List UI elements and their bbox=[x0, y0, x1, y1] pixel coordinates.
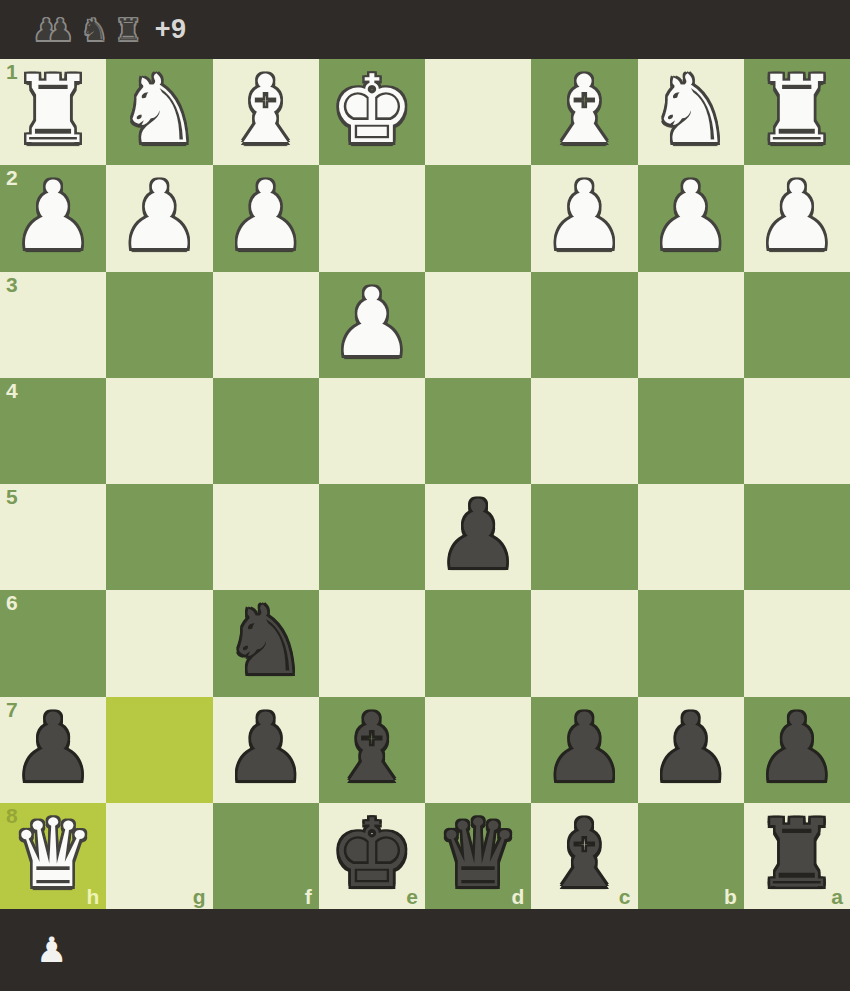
piece-white-pawn[interactable]: ♟ bbox=[11, 169, 95, 263]
square-c6[interactable] bbox=[531, 590, 637, 696]
square-f4[interactable] bbox=[213, 378, 319, 484]
square-h3[interactable]: 3 bbox=[0, 272, 106, 378]
piece-white-pawn[interactable]: ♟ bbox=[117, 169, 201, 263]
square-g7[interactable] bbox=[106, 697, 212, 803]
bottom-player-bar: ♟ bbox=[0, 909, 850, 991]
piece-white-pawn[interactable]: ♟ bbox=[542, 169, 626, 263]
piece-white-pawn[interactable]: ♟ bbox=[755, 169, 839, 263]
square-a8[interactable]: ♜a bbox=[744, 803, 850, 909]
piece-white-bishop[interactable]: ♝ bbox=[542, 63, 626, 157]
square-d8[interactable]: ♛d bbox=[425, 803, 531, 909]
captured-pawn-pair-icon: ♟♟ bbox=[33, 15, 74, 45]
piece-black-bishop[interactable]: ♝ bbox=[330, 701, 414, 795]
rank-label-5: 5 bbox=[6, 486, 18, 507]
piece-black-king[interactable]: ♚ bbox=[330, 807, 414, 901]
piece-black-queen[interactable]: ♛ bbox=[436, 807, 520, 901]
square-g1[interactable]: ♞ bbox=[106, 59, 212, 165]
square-a6[interactable] bbox=[744, 590, 850, 696]
square-g4[interactable] bbox=[106, 378, 212, 484]
file-label-e: e bbox=[406, 886, 418, 907]
piece-black-pawn[interactable]: ♟ bbox=[648, 701, 732, 795]
square-h2[interactable]: ♟2 bbox=[0, 165, 106, 271]
rank-label-3: 3 bbox=[6, 274, 18, 295]
square-c3[interactable] bbox=[531, 272, 637, 378]
square-f6[interactable]: ♞ bbox=[213, 590, 319, 696]
square-h7[interactable]: ♟7 bbox=[0, 697, 106, 803]
square-b8[interactable]: b bbox=[638, 803, 744, 909]
piece-black-pawn[interactable]: ♟ bbox=[11, 701, 95, 795]
piece-white-knight[interactable]: ♞ bbox=[648, 63, 732, 157]
piece-black-pawn[interactable]: ♟ bbox=[755, 701, 839, 795]
square-g8[interactable]: g bbox=[106, 803, 212, 909]
piece-black-pawn[interactable]: ♟ bbox=[542, 701, 626, 795]
square-d1[interactable] bbox=[425, 59, 531, 165]
square-f5[interactable] bbox=[213, 484, 319, 590]
square-f8[interactable]: f bbox=[213, 803, 319, 909]
square-h6[interactable]: 6 bbox=[0, 590, 106, 696]
square-d3[interactable] bbox=[425, 272, 531, 378]
file-label-g: g bbox=[193, 886, 206, 907]
square-f3[interactable] bbox=[213, 272, 319, 378]
square-c5[interactable] bbox=[531, 484, 637, 590]
captured-knight-icon: ♞ bbox=[81, 15, 108, 45]
square-h4[interactable]: 4 bbox=[0, 378, 106, 484]
piece-white-king[interactable]: ♚ bbox=[330, 63, 414, 157]
piece-white-pawn[interactable]: ♟ bbox=[330, 276, 414, 370]
square-c4[interactable] bbox=[531, 378, 637, 484]
piece-black-pawn[interactable]: ♟ bbox=[436, 488, 520, 582]
square-e6[interactable] bbox=[319, 590, 425, 696]
square-d7[interactable] bbox=[425, 697, 531, 803]
square-e7[interactable]: ♝ bbox=[319, 697, 425, 803]
piece-white-pawn[interactable]: ♟ bbox=[648, 169, 732, 263]
piece-white-queen[interactable]: ♛ bbox=[11, 807, 95, 901]
file-label-f: f bbox=[305, 886, 312, 907]
rank-label-6: 6 bbox=[6, 592, 18, 613]
piece-black-bishop[interactable]: ♝ bbox=[542, 807, 626, 901]
square-e4[interactable] bbox=[319, 378, 425, 484]
square-h5[interactable]: 5 bbox=[0, 484, 106, 590]
square-b6[interactable] bbox=[638, 590, 744, 696]
piece-white-knight[interactable]: ♞ bbox=[117, 63, 201, 157]
rank-label-1: 1 bbox=[6, 61, 18, 82]
piece-white-bishop[interactable]: ♝ bbox=[223, 63, 307, 157]
captured-white-pawn-icon: ♟ bbox=[36, 933, 67, 968]
square-e5[interactable] bbox=[319, 484, 425, 590]
piece-white-pawn[interactable]: ♟ bbox=[223, 169, 307, 263]
captured-rook-icon: ♜ bbox=[115, 15, 142, 45]
square-c2[interactable]: ♟ bbox=[531, 165, 637, 271]
piece-white-rook[interactable]: ♜ bbox=[11, 63, 95, 157]
rank-label-7: 7 bbox=[6, 699, 18, 720]
top-player-bar: ♟♟ ♞ ♜ +9 bbox=[0, 0, 850, 59]
square-a7[interactable]: ♟ bbox=[744, 697, 850, 803]
file-label-c: c bbox=[619, 886, 631, 907]
file-label-d: d bbox=[511, 886, 524, 907]
rank-label-4: 4 bbox=[6, 380, 18, 401]
square-e1[interactable]: ♚ bbox=[319, 59, 425, 165]
piece-black-rook[interactable]: ♜ bbox=[755, 807, 839, 901]
square-g3[interactable] bbox=[106, 272, 212, 378]
file-label-b: b bbox=[724, 886, 737, 907]
square-e8[interactable]: ♚e bbox=[319, 803, 425, 909]
square-b1[interactable]: ♞ bbox=[638, 59, 744, 165]
chess-board: ♜1♞♝♚♝♞♜♟2♟♟♟♟♟3♟45♟6♞♟7♟♝♟♟♟♛8hgf♚e♛d♝c… bbox=[0, 59, 850, 909]
piece-black-pawn[interactable]: ♟ bbox=[223, 701, 307, 795]
piece-white-rook[interactable]: ♜ bbox=[755, 63, 839, 157]
square-b5[interactable] bbox=[638, 484, 744, 590]
rank-label-8: 8 bbox=[6, 805, 18, 826]
file-label-a: a bbox=[831, 886, 843, 907]
captured-pawn-icon: ♟ bbox=[47, 15, 74, 45]
file-label-h: h bbox=[86, 886, 99, 907]
square-b3[interactable] bbox=[638, 272, 744, 378]
square-b4[interactable] bbox=[638, 378, 744, 484]
material-advantage: +9 bbox=[155, 14, 187, 45]
rank-label-2: 2 bbox=[6, 167, 18, 188]
square-f1[interactable]: ♝ bbox=[213, 59, 319, 165]
square-g2[interactable]: ♟ bbox=[106, 165, 212, 271]
square-d2[interactable] bbox=[425, 165, 531, 271]
square-c1[interactable]: ♝ bbox=[531, 59, 637, 165]
square-a2[interactable]: ♟ bbox=[744, 165, 850, 271]
square-b7[interactable]: ♟ bbox=[638, 697, 744, 803]
square-d4[interactable] bbox=[425, 378, 531, 484]
square-a3[interactable] bbox=[744, 272, 850, 378]
square-b2[interactable]: ♟ bbox=[638, 165, 744, 271]
square-c8[interactable]: ♝c bbox=[531, 803, 637, 909]
square-h1[interactable]: ♜1 bbox=[0, 59, 106, 165]
square-d5[interactable]: ♟ bbox=[425, 484, 531, 590]
square-c7[interactable]: ♟ bbox=[531, 697, 637, 803]
square-e3[interactable]: ♟ bbox=[319, 272, 425, 378]
square-a1[interactable]: ♜ bbox=[744, 59, 850, 165]
square-a4[interactable] bbox=[744, 378, 850, 484]
square-e2[interactable] bbox=[319, 165, 425, 271]
piece-black-knight[interactable]: ♞ bbox=[223, 594, 307, 688]
square-f2[interactable]: ♟ bbox=[213, 165, 319, 271]
square-h8[interactable]: ♛8h bbox=[0, 803, 106, 909]
square-a5[interactable] bbox=[744, 484, 850, 590]
square-f7[interactable]: ♟ bbox=[213, 697, 319, 803]
square-g6[interactable] bbox=[106, 590, 212, 696]
square-d6[interactable] bbox=[425, 590, 531, 696]
square-g5[interactable] bbox=[106, 484, 212, 590]
